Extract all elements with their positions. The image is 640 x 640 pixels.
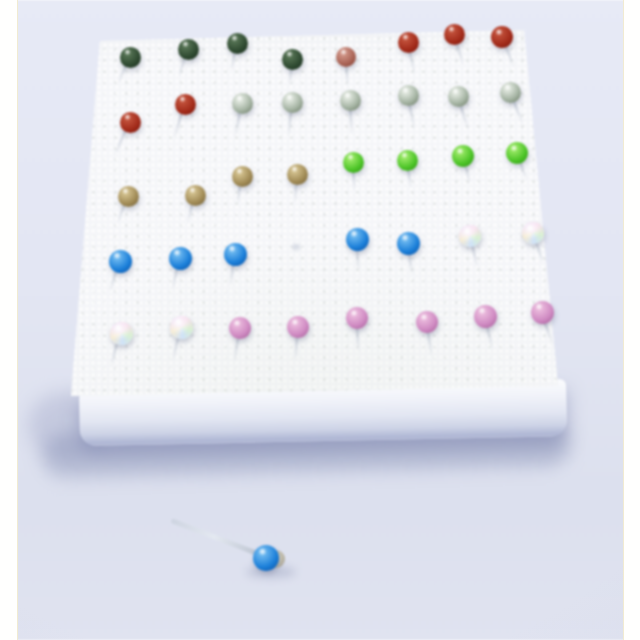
- crystal-head: [397, 150, 418, 171]
- stud-dark-green: [178, 39, 199, 60]
- glint-highlight: [291, 166, 298, 172]
- crystal-head: [175, 94, 196, 115]
- glint-highlight: [174, 318, 182, 324]
- glint-highlight: [122, 188, 129, 194]
- stud-gold: [185, 185, 206, 206]
- glint-highlight: [124, 49, 131, 55]
- glint-highlight: [286, 51, 293, 57]
- stud-red: [491, 26, 513, 48]
- stud-green: [506, 142, 528, 164]
- crystal-head: [500, 82, 521, 103]
- crystal-head: [416, 311, 438, 333]
- stud-clear: [398, 85, 419, 106]
- crystal-head: [287, 164, 308, 185]
- crystal-head: [398, 32, 419, 53]
- crystal-head: [340, 90, 361, 111]
- stud-clear: [500, 82, 521, 103]
- crystal-head: [120, 112, 141, 133]
- glint-highlight: [452, 88, 459, 94]
- glint-highlight: [114, 324, 122, 330]
- glint-highlight: [526, 225, 533, 231]
- crystal-head: [346, 307, 368, 329]
- crystal-head: [253, 545, 279, 571]
- stud-pink: [531, 301, 554, 324]
- crystal-head: [491, 26, 513, 48]
- crystal-head: [506, 142, 528, 164]
- glint-highlight: [173, 249, 181, 255]
- stud-blue: [109, 250, 132, 273]
- glint-highlight: [113, 252, 121, 258]
- crystal-head: [448, 86, 469, 107]
- glint-highlight: [233, 320, 240, 326]
- glint-highlight: [344, 92, 351, 98]
- stud-blue: [169, 247, 192, 270]
- stud-gold: [287, 164, 308, 185]
- crystal-head: [178, 39, 199, 60]
- crystal-head: [398, 85, 419, 106]
- glint-highlight: [124, 114, 131, 120]
- crystal-head: [346, 228, 369, 251]
- crystal-head: [474, 305, 497, 328]
- stud-clear: [448, 86, 469, 107]
- stud-pink: [346, 307, 368, 329]
- stud-blue: [346, 228, 369, 251]
- crystal-head: [522, 222, 544, 244]
- stud-red: [120, 112, 141, 133]
- stud-ab: [522, 222, 544, 244]
- crystal-head: [232, 93, 253, 114]
- glint-highlight: [291, 319, 298, 325]
- stud-gold: [232, 166, 253, 187]
- glint-highlight: [228, 245, 236, 251]
- glint-highlight: [535, 303, 543, 309]
- stud-blue: [224, 243, 247, 266]
- crystal-head: [287, 316, 309, 338]
- stud-dark-green: [227, 33, 248, 54]
- stud-dark-green: [120, 47, 141, 68]
- crystal-head: [110, 322, 133, 345]
- stud-green: [343, 152, 364, 173]
- glint-highlight: [258, 548, 267, 555]
- stud-clear: [232, 93, 253, 114]
- glint-highlight: [231, 35, 238, 41]
- glint-highlight: [236, 95, 243, 101]
- crystal-head: [397, 232, 420, 255]
- glint-highlight: [350, 310, 357, 316]
- stud-green: [397, 150, 418, 171]
- stud-pink: [416, 311, 438, 333]
- glint-highlight: [504, 84, 511, 90]
- stud-ab: [110, 322, 133, 345]
- crystal-head: [224, 243, 247, 266]
- glint-highlight: [179, 96, 186, 102]
- crystal-head: [118, 186, 139, 207]
- crystal-head: [282, 49, 303, 70]
- glint-highlight: [478, 307, 486, 313]
- crystal-head: [229, 317, 251, 339]
- crystal-head: [343, 152, 364, 173]
- photo-scene: [0, 0, 640, 640]
- glint-highlight: [189, 187, 196, 193]
- glint-highlight: [347, 154, 354, 160]
- right-white-margin: [623, 0, 640, 640]
- stud-pink: [287, 316, 309, 338]
- stud-pin: [170, 518, 267, 559]
- glint-highlight: [236, 168, 243, 174]
- stud-red-soft: [336, 47, 356, 67]
- glint-highlight: [402, 87, 409, 93]
- glint-highlight: [286, 94, 293, 100]
- glint-highlight: [350, 230, 358, 236]
- stud-red: [444, 24, 465, 45]
- glint-highlight: [340, 49, 347, 55]
- crystal-head: [444, 24, 465, 45]
- left-white-margin: [0, 0, 18, 640]
- crystal-head: [459, 225, 481, 247]
- glint-highlight: [510, 145, 517, 151]
- stud-clear: [282, 92, 303, 113]
- crystal-head: [185, 185, 206, 206]
- stud-red: [175, 94, 196, 115]
- glint-highlight: [495, 29, 502, 35]
- glint-highlight: [182, 41, 189, 47]
- glint-highlight: [401, 152, 408, 158]
- glint-highlight: [401, 234, 409, 240]
- crystal-head: [109, 250, 132, 273]
- glint-highlight: [420, 314, 427, 320]
- crystal-head: [170, 316, 193, 339]
- crystal-head: [227, 33, 248, 54]
- loose-stud-blue: [253, 545, 279, 571]
- crystal-head: [336, 47, 356, 67]
- stud-pink: [229, 317, 251, 339]
- glint-highlight: [463, 228, 470, 234]
- glint-highlight: [402, 34, 409, 40]
- crystal-head: [169, 247, 192, 270]
- stud-ab: [459, 225, 481, 247]
- crystal-head: [232, 166, 253, 187]
- stud-clear: [340, 90, 361, 111]
- stud-ab: [170, 316, 193, 339]
- crystal-head: [282, 92, 303, 113]
- stud-gold: [118, 186, 139, 207]
- glint-highlight: [448, 26, 455, 32]
- stud-green: [452, 145, 474, 167]
- crystal-head: [120, 47, 141, 68]
- crystal-head: [452, 145, 474, 167]
- product-photo: [0, 0, 640, 640]
- glint-highlight: [456, 148, 463, 154]
- stud-blue: [397, 232, 420, 255]
- stud-pink: [474, 305, 497, 328]
- stud-dark-green: [282, 49, 303, 70]
- stud-red: [398, 32, 419, 53]
- crystal-head: [531, 301, 554, 324]
